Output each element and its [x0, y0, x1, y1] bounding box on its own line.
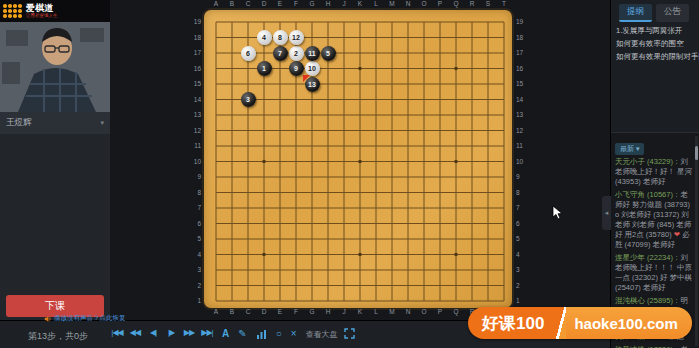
circle-mark-tool-icon[interactable]: ○ — [276, 326, 282, 342]
board-coord-label: E — [273, 0, 287, 8]
video-brand-bar: 爱棋道 让围棋更懂人生 — [0, 0, 110, 22]
chat-scrollbar-track[interactable] — [695, 136, 698, 346]
board-coord-label: B — [225, 0, 239, 8]
letter-label-tool[interactable]: A — [222, 326, 229, 342]
board-coord-label: 14 — [516, 96, 528, 104]
board-coord-label: G — [305, 0, 319, 8]
watermark-brand: 好课100 — [468, 307, 556, 339]
mouse-cursor — [552, 205, 563, 220]
board-coord-label: 9 — [189, 173, 201, 181]
stone-black-1: 1 — [257, 61, 272, 76]
board-coord-label: 10 — [189, 158, 201, 166]
board-coord-label: 3 — [189, 266, 201, 274]
stone-black-9: 9 — [289, 61, 304, 76]
board-coord-label: 17 — [189, 49, 201, 57]
watermark-domain: haoke100.com — [566, 307, 691, 339]
board-coord-label: 11 — [189, 142, 201, 150]
tab-outline[interactable]: 提纲 — [619, 4, 652, 22]
teacher-video: 爱棋道 让围棋更懂人生 — [0, 0, 110, 112]
panel-collapse-handle[interactable]: ◂ — [602, 196, 611, 230]
sound-hint[interactable]: 播放没有声音？点此恢复 — [44, 314, 126, 323]
fullscreen-icon[interactable] — [344, 328, 355, 339]
chat-filter-dropdown[interactable]: 最新 ▾ — [615, 143, 644, 155]
lesson-outline: 1.发展厚与两翼张开如何更有效率的围空如何更有效果的限制对手围空 — [611, 24, 699, 63]
right-panel: 提纲公告 1.发展厚与两翼张开如何更有效率的围空如何更有效果的限制对手围空 最新… — [610, 0, 699, 348]
board-coord-label: C — [241, 308, 255, 316]
board-coord-label: H — [321, 0, 335, 8]
board-coord-label: 17 — [516, 49, 528, 57]
prev-move-button[interactable]: ◀| — [146, 328, 160, 337]
chart-tool-icon[interactable] — [256, 329, 267, 340]
playback-controls: |◀◀◀◀◀||▶▶▶▶▶| — [110, 328, 214, 337]
board-coord-label: 4 — [516, 251, 528, 259]
board-coord-label: O — [417, 0, 431, 8]
board-coord-label: A — [209, 308, 223, 316]
chat-scrollbar-thumb[interactable] — [695, 146, 698, 160]
skip-start-button[interactable]: |◀◀ — [110, 328, 124, 337]
go-stones-logo-icon — [3, 4, 22, 18]
stone-black-5: 5 — [321, 46, 336, 61]
board-coord-label: P — [433, 308, 447, 316]
board-coord-label: L — [369, 0, 383, 8]
board-coord-label: H — [321, 308, 335, 316]
board-coord-label: M — [385, 0, 399, 8]
stone-black-7: 7 — [273, 46, 288, 61]
outline-item: 如何更有效果的限制对手围空 — [611, 50, 699, 63]
chat-message: 天元小子 (43229)：刘老师晚上好！好！ 星河 (43953) 老师好 — [615, 157, 693, 187]
outline-item: 如何更有效率的围空 — [611, 37, 699, 50]
board-coord-label: 15 — [189, 80, 201, 88]
board-coord-label: A — [209, 0, 223, 8]
tab-notice[interactable]: 公告 — [656, 4, 689, 22]
stone-white-12: 12 — [289, 30, 304, 45]
left-sidebar: 爱棋道 让围棋更懂人生 王煜辉 ▾ 下课 — [0, 0, 110, 320]
board-coord-label: 8 — [516, 189, 528, 197]
move-counter: 第13步，共0步 — [28, 330, 88, 343]
board-coord-label: D — [257, 0, 271, 8]
board-coord-label: 6 — [516, 220, 528, 228]
stone-white-8: 8 — [273, 30, 288, 45]
board-coord-label: 5 — [516, 235, 528, 243]
board-grid — [186, 0, 530, 318]
teacher-select[interactable]: 王煜辉 ▾ — [0, 112, 110, 134]
watermark-divider — [556, 307, 566, 339]
stone-black-3: 3 — [241, 92, 256, 107]
speaker-icon — [44, 315, 52, 323]
board-coord-label: 1 — [189, 297, 201, 305]
board-coord-label: O — [417, 308, 431, 316]
stone-white-2: 2 — [289, 46, 304, 61]
watermark-badge: 好课100 haoke100.com — [468, 307, 692, 339]
board-coord-label: P — [433, 0, 447, 8]
stone-black-13: 13 — [305, 77, 320, 92]
board-coord-label: 9 — [516, 173, 528, 181]
board-coord-label: 2 — [189, 282, 201, 290]
board-coord-label: 12 — [189, 127, 201, 135]
panel-tabs: 提纲公告 — [611, 0, 699, 24]
board-coord-label: 4 — [189, 251, 201, 259]
board-coord-label: K — [353, 0, 367, 8]
board-coord-label: 15 — [516, 80, 528, 88]
go-board-area: AABBCCDDEEFFGGHHJJKKLLMMNNOOPPQQRRSSTT19… — [186, 0, 530, 318]
board-coord-label: J — [337, 308, 351, 316]
board-coord-label: 19 — [516, 18, 528, 26]
board-coord-label: 19 — [189, 18, 201, 26]
board-coord-label: 12 — [516, 127, 528, 135]
chat-message: 连星少年 (22234)：刘老师晚上好！！！ 中原一点 (32302) 好 梦中… — [615, 253, 693, 293]
board-coord-label: K — [353, 308, 367, 316]
board-coord-label: 1 — [516, 297, 528, 305]
board-coord-label: R — [465, 0, 479, 8]
stone-black-11: 11 — [305, 46, 320, 61]
stone-white-6: 6 — [241, 46, 256, 61]
board-coord-label: L — [369, 308, 383, 316]
board-coord-label: M — [385, 308, 399, 316]
lesson-outline-panel: 提纲公告 1.发展厚与两翼张开如何更有效率的围空如何更有效果的限制对手围空 — [611, 0, 699, 133]
board-coord-label: 11 — [516, 142, 528, 150]
chevron-down-icon: ▾ — [100, 119, 104, 127]
board-coord-label: 6 — [189, 220, 201, 228]
board-coord-label: 18 — [189, 34, 201, 42]
brand-name: 爱棋道 — [26, 4, 58, 13]
board-coord-label: 13 — [189, 111, 201, 119]
teacher-name: 王煜辉 — [6, 117, 32, 129]
board-coord-label: N — [401, 308, 415, 316]
outline-item: 1.发展厚与两翼张开 — [611, 24, 699, 37]
board-coord-label: 14 — [189, 96, 201, 104]
big-board-button[interactable]: 查看大盘 — [306, 329, 338, 340]
board-coord-label: C — [241, 0, 255, 8]
board-coord-label: 7 — [189, 204, 201, 212]
chat-message: 小飞守角 (10567)：老师好 努力做题 (38793) o 刘老师好 (31… — [615, 190, 693, 250]
board-coord-label: 5 — [189, 235, 201, 243]
board-coord-label: G — [305, 308, 319, 316]
annotation-tools: A ✎ ○ × 查看大盘 — [222, 326, 338, 342]
board-coord-label: B — [225, 308, 239, 316]
board-coord-label: 18 — [516, 34, 528, 42]
forward-button[interactable]: ▶▶ — [182, 328, 196, 337]
board-coord-label: 7 — [516, 204, 528, 212]
board-coord-label: T — [497, 0, 511, 8]
board-coord-label: D — [257, 308, 271, 316]
board-coord-label: 8 — [189, 189, 201, 197]
live-go-class-window: 爱棋道 让围棋更懂人生 王煜辉 ▾ 下课 AABBCCDDEEFFGGHHJJK… — [0, 0, 699, 348]
stone-white-4: 4 — [257, 30, 272, 45]
board-coord-label: N — [401, 0, 415, 8]
board-coord-label: E — [273, 308, 287, 316]
board-coord-label: F — [289, 0, 303, 8]
board-coord-label: Q — [449, 0, 463, 8]
board-coord-label: F — [289, 308, 303, 316]
rewind-button[interactable]: ◀◀ — [128, 328, 142, 337]
next-move-button[interactable]: |▶ — [164, 328, 178, 337]
clear-marks-icon[interactable]: × — [291, 326, 297, 342]
board-coord-label: 16 — [516, 65, 528, 73]
skip-end-button[interactable]: ▶▶| — [200, 328, 214, 337]
board-coord-label: 3 — [516, 266, 528, 274]
board-coord-label: J — [337, 0, 351, 8]
last-move-marker — [303, 75, 310, 82]
board-coord-label: 2 — [516, 282, 528, 290]
brand-slogan: 让围棋更懂人生 — [26, 13, 58, 18]
board-coord-label: S — [481, 0, 495, 8]
board-coord-label: 16 — [189, 65, 201, 73]
board-coord-label: 13 — [516, 111, 528, 119]
pen-tool-icon[interactable]: ✎ — [238, 326, 246, 342]
board-coord-label: Q — [449, 308, 463, 316]
board-coord-label: 10 — [516, 158, 528, 166]
